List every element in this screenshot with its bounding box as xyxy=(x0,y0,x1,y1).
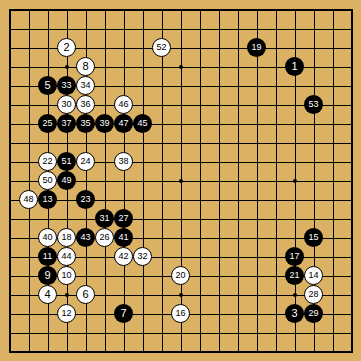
grid-line-vertical xyxy=(238,10,239,352)
stone-black-35: 35 xyxy=(76,114,95,133)
stone-white-18: 18 xyxy=(57,228,76,247)
stone-white-6: 6 xyxy=(76,285,95,304)
stone-white-26: 26 xyxy=(95,228,114,247)
stone-black-9: 9 xyxy=(38,266,57,285)
stone-black-49: 49 xyxy=(57,171,76,190)
stone-white-44: 44 xyxy=(57,247,76,266)
star-point xyxy=(179,179,183,183)
stone-black-19: 19 xyxy=(247,38,266,57)
grid-line-vertical xyxy=(333,10,334,352)
stone-white-34: 34 xyxy=(76,76,95,95)
star-point xyxy=(65,65,69,69)
stone-white-38: 38 xyxy=(114,152,133,171)
stone-black-39: 39 xyxy=(95,114,114,133)
stone-white-8: 8 xyxy=(76,57,95,76)
stone-black-29: 29 xyxy=(304,304,323,323)
stone-white-48: 48 xyxy=(19,190,38,209)
grid-line-vertical xyxy=(257,10,258,352)
stone-black-41: 41 xyxy=(114,228,133,247)
stone-black-1: 1 xyxy=(285,57,304,76)
stone-black-21: 21 xyxy=(285,266,304,285)
stone-white-20: 20 xyxy=(171,266,190,285)
stone-black-13: 13 xyxy=(38,190,57,209)
stone-white-50: 50 xyxy=(38,171,57,190)
stone-black-5: 5 xyxy=(38,76,57,95)
star-point xyxy=(293,293,297,297)
stone-white-2: 2 xyxy=(57,38,76,57)
stone-black-45: 45 xyxy=(133,114,152,133)
stone-black-23: 23 xyxy=(76,190,95,209)
stone-black-37: 37 xyxy=(57,114,76,133)
star-point xyxy=(293,179,297,183)
star-point xyxy=(179,65,183,69)
stone-white-28: 28 xyxy=(304,285,323,304)
stone-white-30: 30 xyxy=(57,95,76,114)
stone-black-33: 33 xyxy=(57,76,76,95)
star-point xyxy=(65,293,69,297)
stone-white-12: 12 xyxy=(57,304,76,323)
stone-white-24: 24 xyxy=(76,152,95,171)
stone-black-53: 53 xyxy=(304,95,323,114)
grid-line-horizontal xyxy=(10,200,352,201)
stone-white-42: 42 xyxy=(114,247,133,266)
star-point xyxy=(179,293,183,297)
stone-black-3: 3 xyxy=(285,304,304,323)
stone-white-16: 16 xyxy=(171,304,190,323)
stone-white-4: 4 xyxy=(38,285,57,304)
stone-black-11: 11 xyxy=(38,247,57,266)
stone-white-46: 46 xyxy=(114,95,133,114)
stone-white-40: 40 xyxy=(38,228,57,247)
stone-black-15: 15 xyxy=(304,228,323,247)
go-board: 1234567891011121314151617181920212223242… xyxy=(0,0,361,361)
stone-white-36: 36 xyxy=(76,95,95,114)
stone-black-17: 17 xyxy=(285,247,304,266)
stone-black-25: 25 xyxy=(38,114,57,133)
stone-black-31: 31 xyxy=(95,209,114,228)
stone-white-32: 32 xyxy=(133,247,152,266)
grid-line-horizontal xyxy=(10,219,352,220)
grid-line-horizontal xyxy=(10,333,352,334)
stone-white-52: 52 xyxy=(152,38,171,57)
stone-white-14: 14 xyxy=(304,266,323,285)
stone-black-51: 51 xyxy=(57,152,76,171)
stone-black-43: 43 xyxy=(76,228,95,247)
stone-white-22: 22 xyxy=(38,152,57,171)
stone-white-10: 10 xyxy=(57,266,76,285)
grid-line-vertical xyxy=(200,10,201,352)
stone-black-47: 47 xyxy=(114,114,133,133)
grid-line-vertical xyxy=(276,10,277,352)
stone-black-7: 7 xyxy=(114,304,133,323)
grid-line-vertical xyxy=(219,10,220,352)
stone-black-27: 27 xyxy=(114,209,133,228)
